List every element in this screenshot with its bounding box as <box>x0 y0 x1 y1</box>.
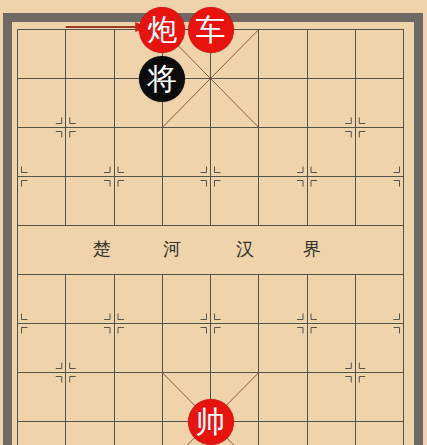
board-cell <box>259 373 307 422</box>
board-cell <box>356 422 404 445</box>
board-grid[interactable] <box>17 29 404 445</box>
board-cell <box>308 128 356 177</box>
board-cell <box>115 324 163 373</box>
board-cell <box>211 177 259 226</box>
board-cell <box>356 177 404 226</box>
board-cell <box>259 128 307 177</box>
board-cell <box>115 177 163 226</box>
board-cell <box>308 30 356 79</box>
board-cell <box>211 128 259 177</box>
piece-red-chariot[interactable]: 车 <box>188 7 234 53</box>
piece-black-general[interactable]: 将 <box>139 56 185 102</box>
board-cell <box>259 422 307 445</box>
board-cell <box>308 79 356 128</box>
board-cell <box>211 275 259 324</box>
board-cell <box>66 373 114 422</box>
board-cell <box>115 422 163 445</box>
board-cell <box>356 275 404 324</box>
river-label-2: 汉 <box>234 237 256 261</box>
board-cell <box>163 324 211 373</box>
board-cell <box>18 30 66 79</box>
board-cell <box>308 177 356 226</box>
river-label-3: 界 <box>301 237 323 261</box>
board-cell <box>66 177 114 226</box>
board-cell <box>163 128 211 177</box>
board-cell <box>356 128 404 177</box>
board-cell <box>66 422 114 445</box>
board-cell <box>259 324 307 373</box>
board-cell <box>356 324 404 373</box>
board-cell <box>18 177 66 226</box>
board-cell <box>211 324 259 373</box>
board-cell <box>356 30 404 79</box>
board-cell <box>259 275 307 324</box>
board-cell <box>66 275 114 324</box>
board-cell <box>356 373 404 422</box>
river-cell <box>18 226 404 275</box>
board-cell <box>259 79 307 128</box>
board-cell <box>308 373 356 422</box>
xiangqi-board: 楚河汉界 炮车将帅 <box>0 0 427 445</box>
board-cell <box>66 324 114 373</box>
board-cell <box>18 422 66 445</box>
river-label-1: 河 <box>161 237 183 261</box>
board-cell <box>18 275 66 324</box>
board-cell <box>163 177 211 226</box>
board-cell <box>18 79 66 128</box>
board-cell <box>163 275 211 324</box>
board-cell <box>211 79 259 128</box>
board-cell <box>18 373 66 422</box>
board-cell <box>259 30 307 79</box>
board-cell <box>18 324 66 373</box>
river-label-0: 楚 <box>91 237 113 261</box>
board-cell <box>66 128 114 177</box>
board-cell <box>308 324 356 373</box>
board-cell <box>66 30 114 79</box>
board-cell <box>66 79 114 128</box>
board-cell <box>115 275 163 324</box>
board-cell <box>115 128 163 177</box>
piece-red-cannon[interactable]: 炮 <box>139 7 185 53</box>
board-cell <box>18 128 66 177</box>
piece-red-general[interactable]: 帅 <box>188 399 234 445</box>
board-cell <box>115 373 163 422</box>
board-cell <box>356 79 404 128</box>
board-cell <box>308 275 356 324</box>
board-cell <box>308 422 356 445</box>
board-cell <box>259 177 307 226</box>
